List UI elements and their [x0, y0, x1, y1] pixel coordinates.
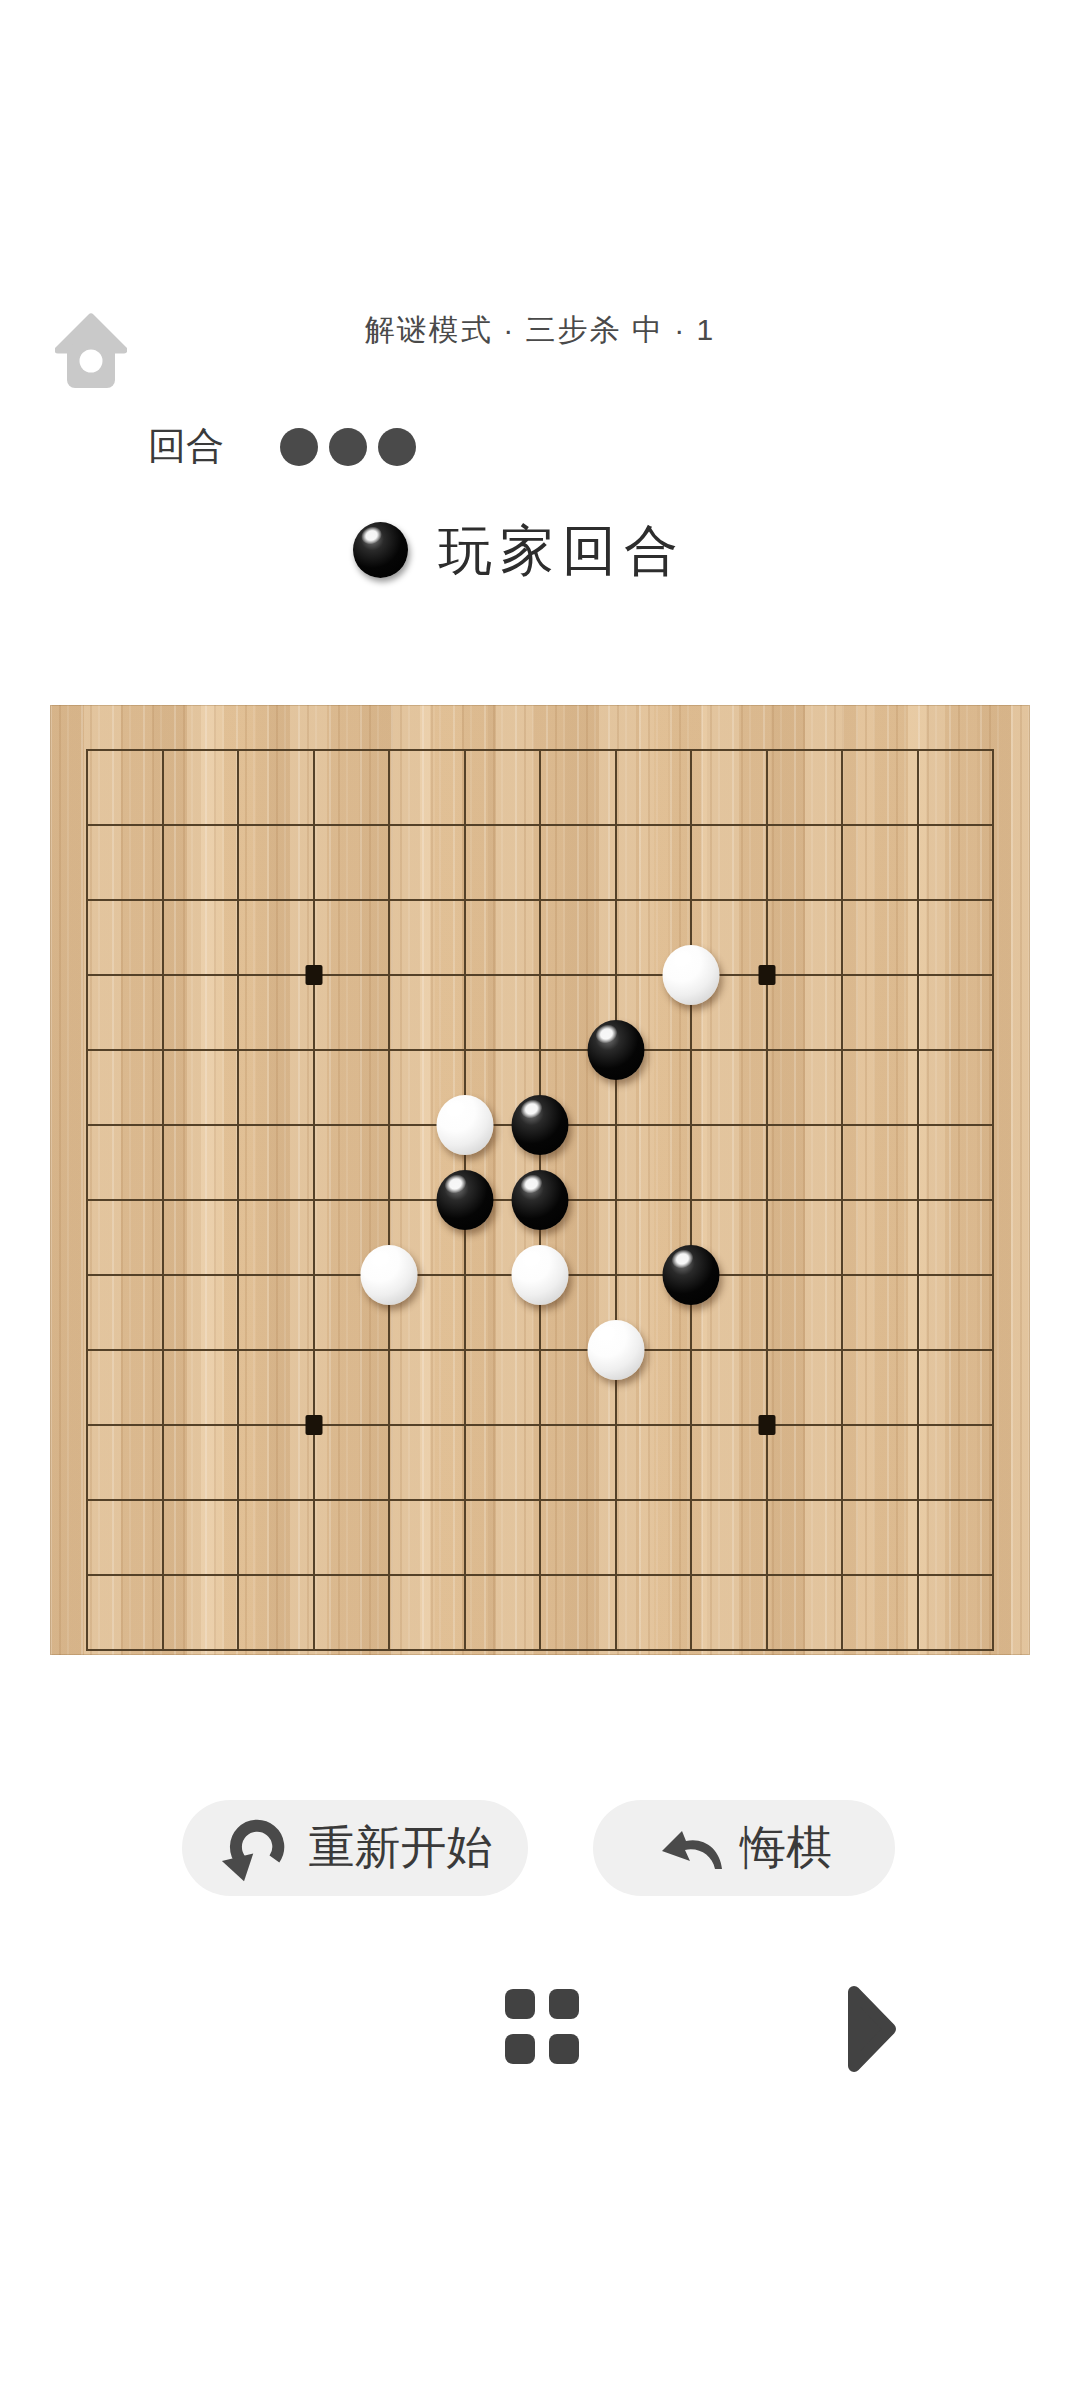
- grid-cell: [237, 1199, 313, 1274]
- stone-black: [587, 1020, 644, 1080]
- grid-cell: [162, 749, 238, 824]
- undo-label: 悔棋: [740, 1817, 832, 1879]
- grid-cell: [841, 899, 917, 974]
- grid-cell: [86, 899, 162, 974]
- round-label: 回合: [148, 424, 224, 468]
- round-dot: [378, 428, 416, 466]
- grid-cell: [313, 1424, 389, 1499]
- player-turn-label: 玩家回合: [438, 518, 686, 582]
- grid-cell: [917, 974, 993, 1049]
- grid-cell: [162, 1424, 238, 1499]
- grid-cell: [841, 1124, 917, 1199]
- grid-cell: [388, 749, 464, 824]
- grid-cell: [539, 1499, 615, 1574]
- grid-cell: [917, 824, 993, 899]
- grid-cell: [539, 1574, 615, 1649]
- grid-cell: [539, 1424, 615, 1499]
- grid-cell: [690, 1424, 766, 1499]
- grid-cell: [313, 749, 389, 824]
- grid-cell: [464, 1349, 540, 1424]
- grid-cell: [162, 899, 238, 974]
- grid-cell: [464, 1499, 540, 1574]
- grid-cell: [766, 899, 842, 974]
- undo-icon: [656, 1823, 728, 1873]
- stone-black: [663, 1245, 720, 1305]
- grid-cell: [917, 1049, 993, 1124]
- grid-cell: [766, 1349, 842, 1424]
- grid-cell: [841, 1049, 917, 1124]
- grid-cell: [313, 1574, 389, 1649]
- grid-cell: [237, 1574, 313, 1649]
- grid-cell: [162, 1274, 238, 1349]
- grid-cell: [690, 1049, 766, 1124]
- grid-cell: [388, 1574, 464, 1649]
- grid-cell: [86, 1349, 162, 1424]
- grid-cell: [237, 824, 313, 899]
- grid-cell: [841, 1574, 917, 1649]
- stone-white: [663, 945, 720, 1005]
- grid-cell: [841, 1424, 917, 1499]
- star-point: [305, 1415, 322, 1435]
- grid-cell: [615, 749, 691, 824]
- restart-button[interactable]: 重新开始: [182, 1800, 528, 1896]
- stone-black: [512, 1170, 569, 1230]
- restart-icon: [218, 1813, 294, 1883]
- grid-cell: [690, 1124, 766, 1199]
- grid-cell: [464, 899, 540, 974]
- grid-cell: [841, 1274, 917, 1349]
- page-title: 解谜模式 · 三步杀 中 · 1: [0, 312, 1080, 348]
- grid-cell: [313, 824, 389, 899]
- grid-cell: [162, 1499, 238, 1574]
- grid-cell: [313, 1124, 389, 1199]
- grid-cell: [86, 1049, 162, 1124]
- grid-cell: [237, 1049, 313, 1124]
- grid-cell: [388, 1349, 464, 1424]
- grid-cell: [162, 1199, 238, 1274]
- grid-cell: [162, 1049, 238, 1124]
- level-grid-button[interactable]: [505, 1989, 579, 2064]
- grid-cell: [841, 1349, 917, 1424]
- grid-cell: [162, 1124, 238, 1199]
- grid-cell: [313, 974, 389, 1049]
- grid-cell: [766, 824, 842, 899]
- grid-icon: [505, 1989, 579, 2064]
- grid-cell: [841, 1199, 917, 1274]
- board[interactable]: [50, 705, 1030, 1655]
- grid-cell: [86, 1124, 162, 1199]
- undo-button[interactable]: 悔棋: [593, 1800, 895, 1896]
- grid-cell: [313, 1349, 389, 1424]
- grid-cell: [86, 1199, 162, 1274]
- stone-white: [587, 1320, 644, 1380]
- grid-cell: [841, 824, 917, 899]
- grid-cell: [237, 1424, 313, 1499]
- grid-cell: [237, 974, 313, 1049]
- grid-cell: [86, 1574, 162, 1649]
- star-point: [758, 1415, 775, 1435]
- grid-cell: [917, 1199, 993, 1274]
- grid-cell: [690, 1499, 766, 1574]
- grid-cell: [237, 899, 313, 974]
- grid-cell: [86, 1499, 162, 1574]
- stone-white: [512, 1245, 569, 1305]
- play-icon: [846, 1984, 898, 2074]
- grid-cell: [690, 1349, 766, 1424]
- grid-cell: [917, 1124, 993, 1199]
- restart-label: 重新开始: [309, 1817, 493, 1879]
- grid-cell: [388, 1499, 464, 1574]
- grid-cell: [237, 1499, 313, 1574]
- grid-cell: [917, 1574, 993, 1649]
- grid-cell: [766, 1574, 842, 1649]
- round-dot: [329, 428, 367, 466]
- grid-cell: [162, 974, 238, 1049]
- grid-cell: [162, 1574, 238, 1649]
- grid-cell: [388, 824, 464, 899]
- grid-cell: [313, 1499, 389, 1574]
- grid-cell: [690, 1574, 766, 1649]
- grid-cell: [917, 749, 993, 824]
- grid-cell: [766, 1049, 842, 1124]
- grid-cell: [464, 974, 540, 1049]
- stone-black: [512, 1095, 569, 1155]
- grid-cell: [917, 1274, 993, 1349]
- grid-cell: [86, 749, 162, 824]
- grid-cell: [766, 1499, 842, 1574]
- grid-cell: [615, 1574, 691, 1649]
- grid-cell: [237, 1349, 313, 1424]
- grid-cell: [388, 974, 464, 1049]
- grid-cell: [162, 1349, 238, 1424]
- grid-cell: [917, 1424, 993, 1499]
- grid-cell: [615, 824, 691, 899]
- grid-cell: [766, 1199, 842, 1274]
- grid-cell: [841, 1499, 917, 1574]
- grid-cell: [766, 974, 842, 1049]
- grid-cell: [766, 749, 842, 824]
- grid-cell: [237, 1274, 313, 1349]
- grid-cell: [539, 749, 615, 824]
- grid-cell: [464, 1424, 540, 1499]
- grid-cell: [690, 824, 766, 899]
- grid-cell: [464, 824, 540, 899]
- next-button[interactable]: [846, 1984, 898, 2074]
- grid-cell: [615, 1124, 691, 1199]
- grid-cell: [841, 974, 917, 1049]
- grid-cell: [237, 1124, 313, 1199]
- screen: 解谜模式 · 三步杀 中 · 1 回合 玩家回合 重新开始 悔棋: [0, 0, 1080, 2400]
- grid-cell: [766, 1424, 842, 1499]
- grid-cell: [86, 1424, 162, 1499]
- grid-cell: [917, 899, 993, 974]
- grid-cell: [86, 824, 162, 899]
- grid-cell: [766, 1274, 842, 1349]
- stone-black: [436, 1170, 493, 1230]
- grid-cell: [464, 1574, 540, 1649]
- star-point: [758, 965, 775, 985]
- grid-cell: [539, 824, 615, 899]
- stone-white: [436, 1095, 493, 1155]
- star-point: [305, 965, 322, 985]
- grid-cell: [917, 1499, 993, 1574]
- grid-cell: [313, 1049, 389, 1124]
- round-dot: [280, 428, 318, 466]
- grid-cell: [388, 899, 464, 974]
- stone-white: [361, 1245, 418, 1305]
- grid-cell: [766, 1124, 842, 1199]
- grid-cell: [841, 749, 917, 824]
- grid-cell: [237, 749, 313, 824]
- grid-cell: [615, 1499, 691, 1574]
- grid-cell: [162, 824, 238, 899]
- grid-cell: [464, 749, 540, 824]
- grid-cell: [690, 749, 766, 824]
- player-stone-icon: [353, 522, 408, 578]
- grid-cell: [86, 1274, 162, 1349]
- grid-cell: [313, 899, 389, 974]
- round-dots: [280, 428, 416, 466]
- grid-cell: [615, 1424, 691, 1499]
- grid-cell: [917, 1349, 993, 1424]
- grid-cell: [388, 1424, 464, 1499]
- grid-cell: [539, 899, 615, 974]
- grid-cell: [86, 974, 162, 1049]
